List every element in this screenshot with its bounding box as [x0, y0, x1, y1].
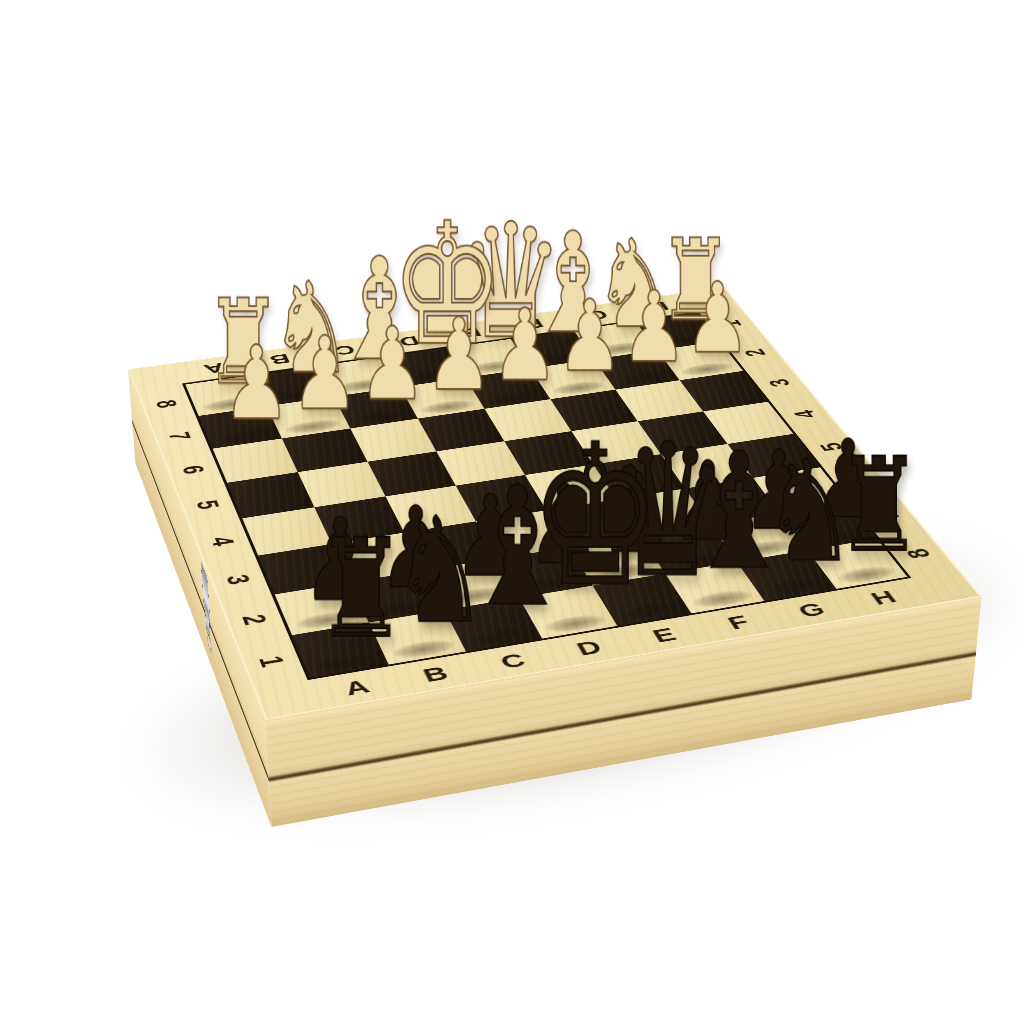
- piece-white-pawn: ♟: [491, 296, 557, 395]
- label-text: D: [573, 637, 606, 660]
- label-text: A: [341, 676, 373, 700]
- label-text: 1: [251, 653, 291, 669]
- label-text: G: [794, 599, 830, 621]
- label-text: F: [723, 612, 754, 634]
- label-text: 3: [762, 377, 797, 388]
- label-text: 8: [149, 398, 183, 409]
- label-text: E: [648, 624, 680, 647]
- piece-white-pawn: ♟: [425, 305, 492, 404]
- label-text: 3: [219, 572, 257, 586]
- label-text: 7: [162, 430, 197, 442]
- piece-white-pawn: ♟: [621, 278, 687, 376]
- label-text: C: [497, 650, 530, 673]
- piece-white-pawn: ♟: [359, 314, 426, 414]
- label-text: B: [419, 663, 452, 687]
- label-text: 6: [175, 463, 211, 475]
- label-text: 4: [203, 534, 240, 548]
- scene: ABCDEFGH ABCDEFGH 87654321 12345678 ♜♞♝♚…: [0, 0, 1024, 1024]
- piece-white-pawn: ♟: [222, 332, 290, 433]
- chess-box: ABCDEFGH ABCDEFGH 87654321 12345678 ♜♞♝♚…: [128, 287, 982, 720]
- label-text: 5: [189, 498, 225, 511]
- label-text: 2: [234, 612, 273, 627]
- piece-white-pawn: ♟: [291, 323, 359, 424]
- piece-black-rook: ♜: [316, 521, 407, 657]
- piece-white-pawn: ♟: [557, 287, 623, 385]
- label-text: H: [866, 587, 901, 609]
